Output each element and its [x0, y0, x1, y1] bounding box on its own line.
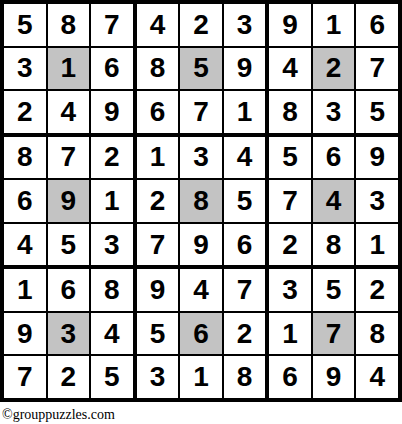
cell-r5c1[interactable]: 6: [4, 180, 46, 222]
box-8: 947562318: [137, 269, 266, 398]
cell-r2c2[interactable]: 1: [48, 48, 90, 90]
cell-r3c8[interactable]: 3: [313, 91, 355, 133]
cell-r3c4[interactable]: 6: [137, 91, 179, 133]
cell-r2c1[interactable]: 3: [4, 48, 46, 90]
cell-r5c9[interactable]: 3: [356, 180, 398, 222]
cell-r4c4[interactable]: 1: [137, 137, 179, 179]
cell-r1c2[interactable]: 8: [48, 4, 90, 46]
cell-r3c7[interactable]: 8: [269, 91, 311, 133]
cell-r4c9[interactable]: 9: [356, 137, 398, 179]
cell-r4c8[interactable]: 6: [313, 137, 355, 179]
cell-r9c4[interactable]: 3: [137, 356, 179, 398]
cell-r8c5[interactable]: 6: [180, 313, 222, 355]
cell-r2c6[interactable]: 9: [224, 48, 266, 90]
cell-r4c7[interactable]: 5: [269, 137, 311, 179]
cell-r9c9[interactable]: 4: [356, 356, 398, 398]
cell-r1c3[interactable]: 7: [91, 4, 133, 46]
box-4: 872691453: [4, 137, 133, 266]
box-6: 569743281: [269, 137, 398, 266]
cell-r7c8[interactable]: 5: [313, 269, 355, 311]
box-5: 134285796: [137, 137, 266, 266]
cell-r3c6[interactable]: 1: [224, 91, 266, 133]
cell-r6c2[interactable]: 5: [48, 224, 90, 266]
box-7: 168934725: [4, 269, 133, 398]
box-2: 423859671: [137, 4, 266, 133]
cell-r8c7[interactable]: 1: [269, 313, 311, 355]
copyright-text: ©grouppuzzles.com: [2, 407, 402, 423]
cell-r4c3[interactable]: 2: [91, 137, 133, 179]
cell-r7c5[interactable]: 4: [180, 269, 222, 311]
cell-r6c8[interactable]: 8: [313, 224, 355, 266]
cell-r8c3[interactable]: 4: [91, 313, 133, 355]
cell-r7c1[interactable]: 1: [4, 269, 46, 311]
cell-r9c7[interactable]: 6: [269, 356, 311, 398]
cell-r3c3[interactable]: 9: [91, 91, 133, 133]
cell-r1c9[interactable]: 6: [356, 4, 398, 46]
cell-r7c2[interactable]: 6: [48, 269, 90, 311]
cell-r1c7[interactable]: 9: [269, 4, 311, 46]
cell-r6c7[interactable]: 2: [269, 224, 311, 266]
cell-r5c8[interactable]: 4: [313, 180, 355, 222]
cell-r4c2[interactable]: 7: [48, 137, 90, 179]
cell-r6c1[interactable]: 4: [4, 224, 46, 266]
cell-r7c3[interactable]: 8: [91, 269, 133, 311]
cell-r1c4[interactable]: 4: [137, 4, 179, 46]
box-1: 587316249: [4, 4, 133, 133]
box-3: 916427835: [269, 4, 398, 133]
cell-r7c7[interactable]: 3: [269, 269, 311, 311]
cell-r9c8[interactable]: 9: [313, 356, 355, 398]
cell-r2c9[interactable]: 7: [356, 48, 398, 90]
cell-r1c1[interactable]: 5: [4, 4, 46, 46]
cell-r4c6[interactable]: 4: [224, 137, 266, 179]
cell-r2c5[interactable]: 5: [180, 48, 222, 90]
cell-r7c4[interactable]: 9: [137, 269, 179, 311]
cell-r5c7[interactable]: 7: [269, 180, 311, 222]
sudoku-board: 5873162494238596719164278358726914531342…: [0, 0, 402, 402]
cell-r9c1[interactable]: 7: [4, 356, 46, 398]
cell-r5c6[interactable]: 5: [224, 180, 266, 222]
cell-r8c1[interactable]: 9: [4, 313, 46, 355]
cell-r2c4[interactable]: 8: [137, 48, 179, 90]
cell-r6c9[interactable]: 1: [356, 224, 398, 266]
cell-r1c5[interactable]: 2: [180, 4, 222, 46]
cell-r9c6[interactable]: 8: [224, 356, 266, 398]
cell-r4c5[interactable]: 3: [180, 137, 222, 179]
cell-r1c6[interactable]: 3: [224, 4, 266, 46]
cell-r2c8[interactable]: 2: [313, 48, 355, 90]
cell-r8c8[interactable]: 7: [313, 313, 355, 355]
cell-r3c9[interactable]: 5: [356, 91, 398, 133]
cell-r3c5[interactable]: 7: [180, 91, 222, 133]
cell-r1c8[interactable]: 1: [313, 4, 355, 46]
cell-r9c2[interactable]: 2: [48, 356, 90, 398]
cell-r9c5[interactable]: 1: [180, 356, 222, 398]
cell-r6c5[interactable]: 9: [180, 224, 222, 266]
cell-r5c4[interactable]: 2: [137, 180, 179, 222]
cell-r6c6[interactable]: 6: [224, 224, 266, 266]
cell-r2c7[interactable]: 4: [269, 48, 311, 90]
cell-r5c3[interactable]: 1: [91, 180, 133, 222]
cell-r5c2[interactable]: 9: [48, 180, 90, 222]
cell-r8c2[interactable]: 3: [48, 313, 90, 355]
cell-r3c1[interactable]: 2: [4, 91, 46, 133]
cell-r7c6[interactable]: 7: [224, 269, 266, 311]
cell-r3c2[interactable]: 4: [48, 91, 90, 133]
cell-r6c3[interactable]: 3: [91, 224, 133, 266]
cell-r2c3[interactable]: 6: [91, 48, 133, 90]
cell-r9c3[interactable]: 5: [91, 356, 133, 398]
cell-r5c5[interactable]: 8: [180, 180, 222, 222]
box-9: 352178694: [269, 269, 398, 398]
cell-r4c1[interactable]: 8: [4, 137, 46, 179]
cell-r8c9[interactable]: 8: [356, 313, 398, 355]
cell-r6c4[interactable]: 7: [137, 224, 179, 266]
cell-r8c4[interactable]: 5: [137, 313, 179, 355]
cell-r7c9[interactable]: 2: [356, 269, 398, 311]
cell-r8c6[interactable]: 2: [224, 313, 266, 355]
